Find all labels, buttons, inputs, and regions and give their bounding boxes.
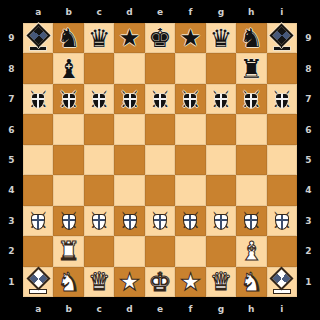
square-g4[interactable] <box>206 175 236 205</box>
black-pawn: ⚔ <box>145 84 175 114</box>
square-i5[interactable] <box>267 145 297 175</box>
rank-label: 3 <box>0 206 23 236</box>
file-labels-bottom: abcdefghi <box>23 297 297 320</box>
white-rook: ♜ <box>53 236 83 266</box>
white-knight: ♞ <box>236 267 266 297</box>
square-i8[interactable] <box>267 53 297 83</box>
square-f3[interactable]: ⚔ <box>175 206 205 236</box>
square-e9[interactable]: ♚ <box>145 23 175 53</box>
square-g5[interactable] <box>206 145 236 175</box>
black-lance <box>23 23 53 53</box>
rank-label: 5 <box>0 145 23 175</box>
square-a8[interactable] <box>23 53 53 83</box>
square-e6[interactable] <box>145 114 175 144</box>
black-knight: ♞ <box>53 23 83 53</box>
file-label: e <box>145 0 175 23</box>
file-label: g <box>206 297 236 320</box>
square-f1[interactable]: ★ <box>175 267 205 297</box>
black-pawn: ⚔ <box>206 84 236 114</box>
square-h2[interactable]: ♝ <box>236 236 266 266</box>
square-b8[interactable]: ♝ <box>53 53 83 83</box>
square-g7[interactable]: ⚔ <box>206 84 236 114</box>
square-g9[interactable]: ♛ <box>206 23 236 53</box>
black-gold: ★ <box>175 23 205 53</box>
square-i6[interactable] <box>267 114 297 144</box>
square-a9[interactable] <box>23 23 53 53</box>
white-gold: ★ <box>175 267 205 297</box>
rank-label: 1 <box>297 267 320 297</box>
square-g3[interactable]: ⚔ <box>206 206 236 236</box>
square-i7[interactable]: ⚔ <box>267 84 297 114</box>
square-f4[interactable] <box>175 175 205 205</box>
file-label: c <box>84 297 114 320</box>
square-b7[interactable]: ⚔ <box>53 84 83 114</box>
file-label: h <box>236 0 266 23</box>
white-silver: ♛ <box>84 267 114 297</box>
file-label: d <box>114 0 144 23</box>
square-g1[interactable]: ♛ <box>206 267 236 297</box>
black-pawn: ⚔ <box>175 84 205 114</box>
square-a3[interactable]: ⚔ <box>23 206 53 236</box>
square-b9[interactable]: ♞ <box>53 23 83 53</box>
shogi-board-frame: abcdefghi abcdefghi 987654321 987654321 … <box>0 0 320 320</box>
white-lance <box>267 267 297 297</box>
rank-label: 5 <box>297 145 320 175</box>
square-i2[interactable] <box>267 236 297 266</box>
white-pawn: ⚔ <box>23 206 53 236</box>
rank-labels-left: 987654321 <box>0 23 23 297</box>
rank-label: 8 <box>297 53 320 83</box>
square-f7[interactable]: ⚔ <box>175 84 205 114</box>
white-pawn: ⚔ <box>206 206 236 236</box>
file-label: b <box>53 0 83 23</box>
rank-label: 9 <box>297 23 320 53</box>
square-g8[interactable] <box>206 53 236 83</box>
square-a4[interactable] <box>23 175 53 205</box>
black-pawn: ⚔ <box>53 84 83 114</box>
rank-label: 2 <box>297 236 320 266</box>
square-c7[interactable]: ⚔ <box>84 84 114 114</box>
square-c4[interactable] <box>84 175 114 205</box>
file-labels-top: abcdefghi <box>23 0 297 23</box>
square-e7[interactable]: ⚔ <box>145 84 175 114</box>
black-pawn: ⚔ <box>267 84 297 114</box>
square-a5[interactable] <box>23 145 53 175</box>
black-lance <box>267 23 297 53</box>
square-h8[interactable]: ♜ <box>236 53 266 83</box>
black-pawn: ⚔ <box>114 84 144 114</box>
square-e4[interactable] <box>145 175 175 205</box>
square-e1[interactable]: ♚ <box>145 267 175 297</box>
white-king: ♚ <box>145 267 175 297</box>
square-h1[interactable]: ♞ <box>236 267 266 297</box>
file-label: a <box>23 0 53 23</box>
square-d4[interactable] <box>114 175 144 205</box>
square-c1[interactable]: ♛ <box>84 267 114 297</box>
black-silver: ♛ <box>206 23 236 53</box>
square-b1[interactable]: ♞ <box>53 267 83 297</box>
black-bishop: ♝ <box>53 53 83 83</box>
rank-label: 1 <box>0 267 23 297</box>
square-d2[interactable] <box>114 236 144 266</box>
file-label: b <box>53 297 83 320</box>
black-knight: ♞ <box>236 23 266 53</box>
square-a6[interactable] <box>23 114 53 144</box>
square-e5[interactable] <box>145 145 175 175</box>
square-b2[interactable]: ♜ <box>53 236 83 266</box>
square-c8[interactable] <box>84 53 114 83</box>
rank-label: 7 <box>0 84 23 114</box>
rank-label: 9 <box>0 23 23 53</box>
square-e8[interactable] <box>145 53 175 83</box>
square-i4[interactable] <box>267 175 297 205</box>
file-label: e <box>145 297 175 320</box>
rank-label: 4 <box>0 175 23 205</box>
square-i3[interactable]: ⚔ <box>267 206 297 236</box>
file-label: d <box>114 297 144 320</box>
board: ♞♛★♚★♛♞♝♜⚔⚔⚔⚔⚔⚔⚔⚔⚔⚔⚔⚔⚔⚔⚔⚔⚔⚔♜♝♞♛★♚★♛♞ <box>23 23 297 297</box>
square-d1[interactable]: ★ <box>114 267 144 297</box>
white-pawn: ⚔ <box>175 206 205 236</box>
square-b4[interactable] <box>53 175 83 205</box>
square-f6[interactable] <box>175 114 205 144</box>
square-d5[interactable] <box>114 145 144 175</box>
white-pawn: ⚔ <box>145 206 175 236</box>
square-b3[interactable]: ⚔ <box>53 206 83 236</box>
square-a2[interactable] <box>23 236 53 266</box>
file-label: i <box>267 297 297 320</box>
white-knight: ♞ <box>53 267 83 297</box>
square-h5[interactable] <box>236 145 266 175</box>
white-gold: ★ <box>114 267 144 297</box>
white-lance <box>23 267 53 297</box>
square-f8[interactable] <box>175 53 205 83</box>
white-pawn: ⚔ <box>236 206 266 236</box>
rank-label: 6 <box>0 114 23 144</box>
square-g2[interactable] <box>206 236 236 266</box>
rank-label: 8 <box>0 53 23 83</box>
square-d3[interactable]: ⚔ <box>114 206 144 236</box>
square-c2[interactable] <box>84 236 114 266</box>
square-c3[interactable]: ⚔ <box>84 206 114 236</box>
file-label: a <box>23 297 53 320</box>
file-label: g <box>206 0 236 23</box>
rank-label: 3 <box>297 206 320 236</box>
square-e2[interactable] <box>145 236 175 266</box>
square-h9[interactable]: ♞ <box>236 23 266 53</box>
square-d8[interactable] <box>114 53 144 83</box>
square-h6[interactable] <box>236 114 266 144</box>
file-label: h <box>236 297 266 320</box>
square-d9[interactable]: ★ <box>114 23 144 53</box>
square-h4[interactable] <box>236 175 266 205</box>
square-c6[interactable] <box>84 114 114 144</box>
black-king: ♚ <box>145 23 175 53</box>
file-label: c <box>84 0 114 23</box>
black-rook: ♜ <box>236 53 266 83</box>
square-e3[interactable]: ⚔ <box>145 206 175 236</box>
square-c9[interactable]: ♛ <box>84 23 114 53</box>
white-pawn: ⚔ <box>53 206 83 236</box>
square-g6[interactable] <box>206 114 236 144</box>
square-a7[interactable]: ⚔ <box>23 84 53 114</box>
square-b5[interactable] <box>53 145 83 175</box>
file-label: f <box>175 0 205 23</box>
rank-labels-right: 987654321 <box>297 23 320 297</box>
white-pawn: ⚔ <box>267 206 297 236</box>
white-pawn: ⚔ <box>114 206 144 236</box>
black-silver: ♛ <box>84 23 114 53</box>
rank-label: 6 <box>297 114 320 144</box>
square-h3[interactable]: ⚔ <box>236 206 266 236</box>
square-b6[interactable] <box>53 114 83 144</box>
file-label: i <box>267 0 297 23</box>
square-i1[interactable] <box>267 267 297 297</box>
square-h7[interactable]: ⚔ <box>236 84 266 114</box>
white-pawn: ⚔ <box>84 206 114 236</box>
square-i9[interactable] <box>267 23 297 53</box>
black-pawn: ⚔ <box>84 84 114 114</box>
white-bishop: ♝ <box>236 236 266 266</box>
square-f9[interactable]: ★ <box>175 23 205 53</box>
square-c5[interactable] <box>84 145 114 175</box>
square-f2[interactable] <box>175 236 205 266</box>
square-d6[interactable] <box>114 114 144 144</box>
square-f5[interactable] <box>175 145 205 175</box>
square-a1[interactable] <box>23 267 53 297</box>
square-d7[interactable]: ⚔ <box>114 84 144 114</box>
rank-label: 2 <box>0 236 23 266</box>
black-pawn: ⚔ <box>236 84 266 114</box>
file-label: f <box>175 297 205 320</box>
white-silver: ♛ <box>206 267 236 297</box>
black-pawn: ⚔ <box>23 84 53 114</box>
rank-label: 7 <box>297 84 320 114</box>
black-gold: ★ <box>114 23 144 53</box>
rank-label: 4 <box>297 175 320 205</box>
